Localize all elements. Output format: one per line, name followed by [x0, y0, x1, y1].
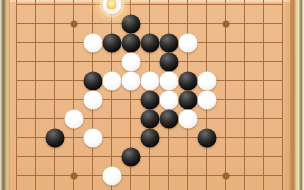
- black-stone: [159, 52, 178, 71]
- black-stone: [159, 33, 178, 52]
- white-stone: [178, 33, 197, 52]
- white-stone: [159, 90, 178, 109]
- grid-line-vertical: [225, 0, 226, 190]
- black-stone: [178, 90, 197, 109]
- grid-line-vertical: [16, 0, 17, 190]
- black-stone: [121, 33, 140, 52]
- black-stone: [140, 128, 159, 147]
- star-point: [222, 172, 229, 179]
- grid-line-horizontal: [16, 156, 283, 157]
- black-stone: [178, 71, 197, 90]
- black-stone: [140, 109, 159, 128]
- grid-line-vertical: [73, 0, 74, 190]
- white-stone: [102, 71, 121, 90]
- black-stone: [121, 147, 140, 166]
- star-point: [222, 20, 229, 27]
- board-frame-right: [290, 0, 304, 190]
- white-stone: [197, 71, 216, 90]
- white-stone: [197, 90, 216, 109]
- black-stone: [140, 90, 159, 109]
- white-stone: [83, 128, 102, 147]
- white-stone: [159, 71, 178, 90]
- black-stone: [83, 71, 102, 90]
- grid-line-horizontal: [16, 61, 283, 62]
- grid-line-vertical: [35, 0, 36, 190]
- black-stone: [45, 128, 64, 147]
- grid-line-horizontal: [16, 23, 283, 24]
- grid-line-horizontal: [16, 4, 283, 5]
- star-point: [70, 172, 77, 179]
- black-stone: [159, 109, 178, 128]
- white-stone: [140, 71, 159, 90]
- white-stone: [178, 109, 197, 128]
- black-stone: [102, 33, 121, 52]
- board-frame-left: [0, 0, 10, 190]
- white-stone: [121, 52, 140, 71]
- white-stone: [64, 109, 83, 128]
- white-stone: [83, 90, 102, 109]
- black-stone: [121, 14, 140, 33]
- grid-line-vertical: [111, 0, 112, 190]
- white-stone: [102, 166, 121, 185]
- white-stone: [83, 33, 102, 52]
- grid-line-vertical: [54, 0, 55, 190]
- star-point: [70, 20, 77, 27]
- grid-line-vertical: [263, 0, 264, 190]
- grid-line-vertical: [282, 0, 283, 190]
- gomoku-game-screenshot: [0, 0, 304, 190]
- white-stone: [121, 71, 140, 90]
- black-stone: [140, 33, 159, 52]
- grid-line-vertical: [244, 0, 245, 190]
- grid-line-horizontal: [16, 175, 283, 176]
- last-move-marker-icon: [107, 0, 116, 9]
- black-stone: [197, 128, 216, 147]
